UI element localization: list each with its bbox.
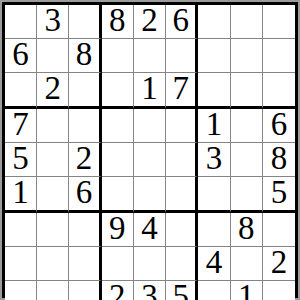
cell-r4c8[interactable] — [231, 109, 263, 143]
given-digit: 6 — [271, 108, 288, 141]
cell-r6c2[interactable] — [37, 177, 69, 213]
cell-r8c6[interactable] — [166, 247, 198, 281]
cell-r3c9[interactable] — [263, 73, 295, 109]
cell-r4c2[interactable] — [37, 109, 69, 143]
cell-r4c5[interactable] — [134, 109, 166, 143]
cell-r4c7[interactable]: 1 — [198, 109, 230, 143]
sudoku-board-frame: 3826682177165238165948422351 — [0, 0, 300, 300]
given-digit: 2 — [76, 142, 93, 175]
given-digit: 3 — [206, 142, 223, 175]
given-digit: 2 — [271, 246, 288, 279]
cell-r2c9[interactable] — [263, 39, 295, 73]
cell-r6c4[interactable] — [102, 177, 134, 213]
cell-r4c3[interactable] — [69, 109, 101, 143]
cell-r3c6[interactable]: 7 — [166, 73, 198, 109]
cell-r5c8[interactable] — [231, 143, 263, 177]
cell-r8c5[interactable] — [134, 247, 166, 281]
cell-r9c3[interactable] — [69, 281, 101, 300]
given-digit: 2 — [45, 72, 62, 105]
cell-r7c6[interactable] — [166, 213, 198, 247]
given-digit: 3 — [45, 4, 62, 37]
given-digit: 3 — [141, 280, 158, 300]
given-digit: 8 — [238, 212, 255, 245]
cell-r9c9[interactable] — [263, 281, 295, 300]
cell-r4c1[interactable]: 7 — [5, 109, 37, 143]
cell-r2c2[interactable] — [37, 39, 69, 73]
cell-r9c4[interactable]: 2 — [102, 281, 134, 300]
cell-r6c7[interactable] — [198, 177, 230, 213]
cell-r3c3[interactable] — [69, 73, 101, 109]
cell-r2c3[interactable]: 8 — [69, 39, 101, 73]
cell-r1c9[interactable] — [263, 5, 295, 39]
given-digit: 1 — [141, 72, 158, 105]
cell-r5c3[interactable]: 2 — [69, 143, 101, 177]
cell-r5c5[interactable] — [134, 143, 166, 177]
cell-r8c1[interactable] — [5, 247, 37, 281]
cell-r6c3[interactable]: 6 — [69, 177, 101, 213]
cell-r3c1[interactable] — [5, 73, 37, 109]
cell-r1c5[interactable]: 2 — [134, 5, 166, 39]
cell-r7c1[interactable] — [5, 213, 37, 247]
given-digit: 8 — [76, 38, 93, 71]
cell-r8c3[interactable] — [69, 247, 101, 281]
cell-r4c4[interactable] — [102, 109, 134, 143]
cell-r2c1[interactable]: 6 — [5, 39, 37, 73]
cell-r7c5[interactable]: 4 — [134, 213, 166, 247]
cell-r2c5[interactable] — [134, 39, 166, 73]
given-digit: 6 — [12, 38, 29, 71]
cell-r8c8[interactable] — [231, 247, 263, 281]
cell-r2c6[interactable] — [166, 39, 198, 73]
given-digit: 7 — [172, 72, 189, 105]
cell-r8c2[interactable] — [37, 247, 69, 281]
sudoku-board: 3826682177165238165948422351 — [2, 2, 298, 298]
cell-r8c4[interactable] — [102, 247, 134, 281]
cell-r9c5[interactable]: 3 — [134, 281, 166, 300]
given-digit: 5 — [12, 142, 29, 175]
cell-r3c7[interactable] — [198, 73, 230, 109]
cell-r1c3[interactable] — [69, 5, 101, 39]
given-digit: 8 — [271, 142, 288, 175]
given-digit: 9 — [109, 212, 126, 245]
cell-r6c9[interactable]: 5 — [263, 177, 295, 213]
given-digit: 4 — [141, 212, 158, 245]
cell-r1c8[interactable] — [231, 5, 263, 39]
given-digit: 2 — [141, 4, 158, 37]
cell-r5c1[interactable]: 5 — [5, 143, 37, 177]
cell-r9c1[interactable] — [5, 281, 37, 300]
cell-r2c4[interactable] — [102, 39, 134, 73]
cell-r3c2[interactable]: 2 — [37, 73, 69, 109]
cell-r7c8[interactable]: 8 — [231, 213, 263, 247]
cell-r7c7[interactable] — [198, 213, 230, 247]
given-digit: 1 — [238, 280, 255, 300]
cell-r1c7[interactable] — [198, 5, 230, 39]
cell-r1c4[interactable]: 8 — [102, 5, 134, 39]
cell-r3c4[interactable] — [102, 73, 134, 109]
cell-r9c2[interactable] — [37, 281, 69, 300]
given-digit: 2 — [109, 280, 126, 300]
given-digit: 7 — [12, 108, 29, 141]
cell-r7c2[interactable] — [37, 213, 69, 247]
given-digit: 5 — [271, 176, 288, 209]
cell-r8c9[interactable]: 2 — [263, 247, 295, 281]
cell-r6c5[interactable] — [134, 177, 166, 213]
cell-r9c7[interactable] — [198, 281, 230, 300]
cell-r3c8[interactable] — [231, 73, 263, 109]
cell-r3c5[interactable]: 1 — [134, 73, 166, 109]
cell-r5c9[interactable]: 8 — [263, 143, 295, 177]
cell-r4c9[interactable]: 6 — [263, 109, 295, 143]
given-digit: 4 — [206, 246, 223, 279]
given-digit: 8 — [109, 4, 126, 37]
cell-r1c6[interactable]: 6 — [166, 5, 198, 39]
cell-r9c8[interactable]: 1 — [231, 281, 263, 300]
cell-r6c6[interactable] — [166, 177, 198, 213]
given-digit: 1 — [206, 108, 223, 141]
cell-r7c9[interactable] — [263, 213, 295, 247]
cell-r2c7[interactable] — [198, 39, 230, 73]
cell-r5c2[interactable] — [37, 143, 69, 177]
cell-r8c7[interactable]: 4 — [198, 247, 230, 281]
cell-r1c1[interactable] — [5, 5, 37, 39]
cell-r5c7[interactable]: 3 — [198, 143, 230, 177]
cell-r6c8[interactable] — [231, 177, 263, 213]
cell-r5c4[interactable] — [102, 143, 134, 177]
cell-r4c6[interactable] — [166, 109, 198, 143]
cell-r9c6[interactable]: 5 — [166, 281, 198, 300]
given-digit: 5 — [172, 280, 189, 300]
cell-r5c6[interactable] — [166, 143, 198, 177]
cell-r7c4[interactable]: 9 — [102, 213, 134, 247]
cell-r6c1[interactable]: 1 — [5, 177, 37, 213]
cell-r2c8[interactable] — [231, 39, 263, 73]
given-digit: 6 — [76, 176, 93, 209]
cell-r1c2[interactable]: 3 — [37, 5, 69, 39]
cell-r7c3[interactable] — [69, 213, 101, 247]
given-digit: 1 — [12, 176, 29, 209]
given-digit: 6 — [172, 4, 189, 37]
